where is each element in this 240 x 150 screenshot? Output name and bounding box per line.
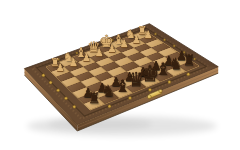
black-knight-b8[interactable]: ♞ bbox=[102, 85, 116, 101]
chess-set-photo: ♜♞♝♛♚♝♞♜♟♟♟♟♟♟♟♟♟♟♟♟♟♟♟♟♜♞♝♛♚♝♞♜ bbox=[0, 0, 240, 150]
brass-inlay-dot bbox=[73, 105, 76, 108]
brass-inlay-dot bbox=[168, 80, 171, 83]
brass-inlay-dot bbox=[187, 73, 190, 76]
brass-inlay-dot bbox=[57, 89, 60, 92]
white-pawn-d2[interactable]: ♟ bbox=[95, 48, 104, 58]
white-pawn-f2[interactable]: ♟ bbox=[120, 39, 129, 49]
white-pawn-g2[interactable]: ♟ bbox=[132, 35, 141, 45]
brass-inlay-dot bbox=[164, 39, 166, 41]
white-pawn-c2[interactable]: ♟ bbox=[82, 53, 91, 63]
brass-inlay-dot bbox=[108, 105, 111, 108]
brass-inlay-dot bbox=[129, 97, 132, 100]
brass-inlay-dot bbox=[154, 33, 156, 35]
brass-inlay-dot bbox=[42, 74, 45, 77]
black-rook-a8[interactable]: ♜ bbox=[88, 91, 101, 106]
white-pawn-h2[interactable]: ♟ bbox=[144, 30, 153, 40]
white-pawn-e2[interactable]: ♟ bbox=[107, 44, 116, 54]
brass-inlay-dot bbox=[65, 97, 68, 100]
black-bishop-c8[interactable]: ♝ bbox=[115, 78, 131, 95]
white-pawn-b2[interactable]: ♟ bbox=[69, 58, 78, 68]
brass-inlay-dot bbox=[173, 45, 175, 47]
white-pawn-a2[interactable]: ♟ bbox=[56, 63, 65, 73]
brass-inlay-dot bbox=[49, 81, 52, 84]
brass-inlay-dot bbox=[149, 88, 152, 91]
black-rook-h8[interactable]: ♜ bbox=[182, 53, 195, 68]
